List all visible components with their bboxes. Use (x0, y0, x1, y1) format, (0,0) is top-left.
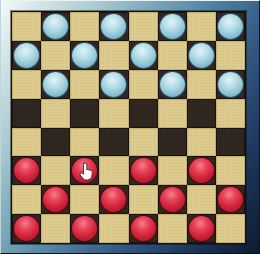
square-f7 (158, 41, 187, 70)
blue-piece[interactable] (43, 14, 68, 39)
square-e2 (129, 185, 158, 214)
square-e6 (129, 70, 158, 99)
square-h7 (216, 41, 245, 70)
square-f4[interactable] (158, 128, 187, 157)
blue-piece[interactable] (101, 14, 126, 39)
square-f2[interactable] (158, 185, 187, 214)
square-a4 (12, 128, 41, 157)
square-g5[interactable] (187, 99, 216, 128)
square-g1[interactable] (187, 214, 216, 243)
checkers-game-window (0, 0, 260, 254)
red-piece[interactable] (218, 187, 243, 212)
red-piece[interactable] (72, 216, 97, 241)
square-f5 (158, 99, 187, 128)
square-h4[interactable] (216, 128, 245, 157)
square-h5 (216, 99, 245, 128)
square-e4 (129, 128, 158, 157)
red-piece[interactable] (131, 216, 156, 241)
square-a2 (12, 185, 41, 214)
square-d3 (99, 156, 128, 185)
square-b6[interactable] (41, 70, 70, 99)
red-piece[interactable] (160, 187, 185, 212)
square-d1 (99, 214, 128, 243)
square-f1 (158, 214, 187, 243)
square-h2[interactable] (216, 185, 245, 214)
square-b2[interactable] (41, 185, 70, 214)
square-a1[interactable] (12, 214, 41, 243)
square-e5[interactable] (129, 99, 158, 128)
square-b8[interactable] (41, 12, 70, 41)
square-b4[interactable] (41, 128, 70, 157)
blue-piece[interactable] (218, 14, 243, 39)
square-d7 (99, 41, 128, 70)
square-c2 (70, 185, 99, 214)
blue-piece[interactable] (218, 72, 243, 97)
square-e7[interactable] (129, 41, 158, 70)
square-h1 (216, 214, 245, 243)
square-d2[interactable] (99, 185, 128, 214)
square-b7 (41, 41, 70, 70)
blue-piece[interactable] (131, 43, 156, 68)
square-g7[interactable] (187, 41, 216, 70)
square-d4[interactable] (99, 128, 128, 157)
red-piece[interactable] (131, 158, 156, 183)
square-c6 (70, 70, 99, 99)
square-f6[interactable] (158, 70, 187, 99)
blue-piece[interactable] (72, 43, 97, 68)
red-piece[interactable] (189, 158, 214, 183)
square-c4 (70, 128, 99, 157)
square-b3 (41, 156, 70, 185)
red-piece[interactable] (189, 216, 214, 241)
square-f3 (158, 156, 187, 185)
square-h3 (216, 156, 245, 185)
square-f8[interactable] (158, 12, 187, 41)
red-piece[interactable] (72, 158, 97, 183)
square-d6[interactable] (99, 70, 128, 99)
blue-piece[interactable] (101, 72, 126, 97)
square-c3[interactable] (70, 156, 99, 185)
square-h6[interactable] (216, 70, 245, 99)
square-c7[interactable] (70, 41, 99, 70)
red-piece[interactable] (14, 216, 39, 241)
square-d5 (99, 99, 128, 128)
square-a7[interactable] (12, 41, 41, 70)
square-g8 (187, 12, 216, 41)
square-a8 (12, 12, 41, 41)
square-c8 (70, 12, 99, 41)
square-b5 (41, 99, 70, 128)
red-piece[interactable] (101, 187, 126, 212)
square-d8[interactable] (99, 12, 128, 41)
square-a5[interactable] (12, 99, 41, 128)
square-b1 (41, 214, 70, 243)
square-c5[interactable] (70, 99, 99, 128)
square-h8[interactable] (216, 12, 245, 41)
blue-piece[interactable] (160, 14, 185, 39)
square-g2 (187, 185, 216, 214)
square-e1[interactable] (129, 214, 158, 243)
square-g4 (187, 128, 216, 157)
square-c1[interactable] (70, 214, 99, 243)
red-piece[interactable] (43, 187, 68, 212)
square-g6 (187, 70, 216, 99)
blue-piece[interactable] (14, 43, 39, 68)
square-g3[interactable] (187, 156, 216, 185)
blue-piece[interactable] (160, 72, 185, 97)
red-piece[interactable] (14, 158, 39, 183)
checkers-board (11, 11, 246, 244)
square-e8 (129, 12, 158, 41)
blue-piece[interactable] (43, 72, 68, 97)
square-a6 (12, 70, 41, 99)
square-e3[interactable] (129, 156, 158, 185)
square-a3[interactable] (12, 156, 41, 185)
blue-piece[interactable] (189, 43, 214, 68)
